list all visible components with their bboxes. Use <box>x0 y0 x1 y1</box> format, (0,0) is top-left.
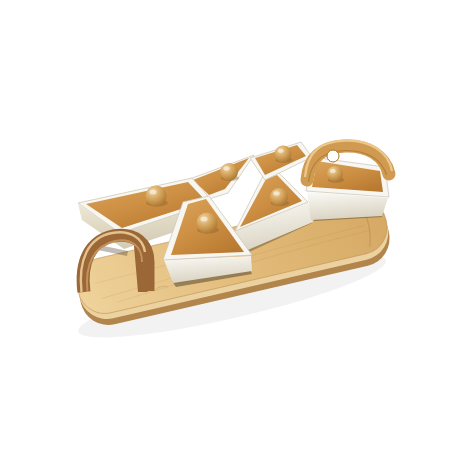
dish-4-knob-highlight <box>330 169 336 173</box>
dish-6-knob-highlight <box>273 191 279 195</box>
dish-4-knob <box>327 166 343 182</box>
dish-1-knob-highlight <box>149 189 156 194</box>
dish-1-knob <box>146 186 167 207</box>
product-photo-canvas: Overhead-angle product photo on a plain … <box>0 0 450 450</box>
dish-6-knob <box>270 188 288 206</box>
dish-3-knob <box>275 146 292 163</box>
dish-2-knob-highlight <box>223 166 229 170</box>
dish-4 <box>306 157 389 221</box>
dish-3-knob-highlight <box>278 149 284 153</box>
dish-5-knob <box>197 213 218 234</box>
serving-tray-set-photo: Overhead-angle product photo on a plain … <box>0 0 450 450</box>
dish-5-knob-highlight <box>200 216 207 221</box>
dish-2-knob <box>220 163 238 181</box>
right-handle-notch <box>327 150 339 162</box>
